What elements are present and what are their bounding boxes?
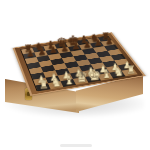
square-a1: ♜ — [35, 83, 50, 91]
black-pawn-piece: ♟ — [47, 46, 59, 56]
black-pawn-piece: ♟ — [70, 42, 82, 51]
white-rook-piece: ♜ — [124, 65, 137, 76]
white-knight-piece: ♞ — [50, 76, 64, 89]
white-rook-piece: ♜ — [37, 79, 51, 91]
black-pawn-piece: ♟ — [24, 49, 36, 59]
white-king-piece: ♚ — [87, 67, 101, 83]
white-queen-piece: ♛ — [75, 70, 89, 85]
black-pawn-piece: ♟ — [36, 47, 48, 57]
product-photo: ♜♞♝♛♚♝♞♜♟♟♟♟♟♟♟♟♟♟♟♟♟♟♟♟♜♞♝♛♚♝♞♜ — [0, 0, 150, 150]
white-knight-piece: ♞ — [112, 66, 126, 79]
black-pawn-piece: ♟ — [103, 37, 115, 46]
black-pawn-piece: ♟ — [59, 44, 71, 53]
black-pawn-piece: ♟ — [92, 39, 104, 48]
watermark-smudge — [60, 144, 92, 147]
black-pawn-piece: ♟ — [81, 40, 93, 49]
white-bishop-piece: ♝ — [62, 74, 76, 87]
